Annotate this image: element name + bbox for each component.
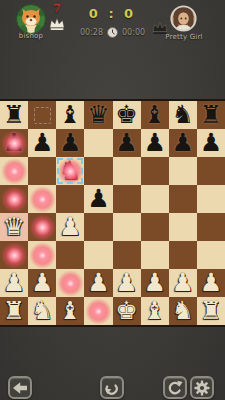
piece-black-pawn: ♟ bbox=[143, 129, 165, 157]
piece-white-pawn: ♟ bbox=[200, 269, 222, 297]
move-target-glow bbox=[1, 242, 28, 269]
square-g7[interactable]: ♟ bbox=[169, 129, 197, 157]
square-c7[interactable]: ♟ bbox=[56, 129, 84, 157]
square-e3[interactable] bbox=[113, 241, 141, 269]
square-f1[interactable]: ♝ bbox=[141, 297, 169, 325]
move-target-glow bbox=[1, 186, 28, 213]
piece-black-bishop: ♝ bbox=[59, 101, 81, 129]
clock-icon bbox=[107, 27, 118, 38]
piece-black-queen: ♛ bbox=[87, 101, 109, 129]
square-f7[interactable]: ♟ bbox=[141, 129, 169, 157]
square-h3[interactable] bbox=[197, 241, 225, 269]
last-move-origin-marker bbox=[34, 107, 51, 124]
move-target-glow bbox=[29, 214, 56, 241]
square-b5[interactable] bbox=[28, 185, 56, 213]
move-target-glow bbox=[1, 158, 28, 185]
square-d5[interactable]: ♟ bbox=[84, 185, 112, 213]
square-h2[interactable]: ♟ bbox=[197, 269, 225, 297]
square-h4[interactable] bbox=[197, 213, 225, 241]
piece-black-pawn: ♟ bbox=[3, 129, 25, 157]
square-g8[interactable]: ♞ bbox=[169, 101, 197, 129]
back-button[interactable] bbox=[8, 376, 32, 399]
move-target-glow bbox=[29, 186, 56, 213]
square-c1[interactable]: ♝ bbox=[56, 297, 84, 325]
piece-black-pawn: ♟ bbox=[200, 129, 222, 157]
square-h6[interactable] bbox=[197, 157, 225, 185]
square-f2[interactable]: ♟ bbox=[141, 269, 169, 297]
square-d3[interactable] bbox=[84, 241, 112, 269]
piece-black-pawn: ♟ bbox=[87, 185, 109, 213]
square-c6[interactable]: ♞ bbox=[56, 157, 84, 185]
square-a1[interactable]: ♜ bbox=[0, 297, 28, 325]
square-b3[interactable] bbox=[28, 241, 56, 269]
piece-white-rook: ♜ bbox=[3, 297, 25, 325]
piece-black-knight: ♞ bbox=[172, 101, 194, 129]
square-g3[interactable] bbox=[169, 241, 197, 269]
square-c2[interactable] bbox=[56, 269, 84, 297]
arrow-left-icon bbox=[12, 380, 28, 396]
square-d1[interactable] bbox=[84, 297, 112, 325]
black-player-avatar[interactable] bbox=[170, 5, 197, 36]
piece-white-pawn: ♟ bbox=[59, 213, 81, 241]
square-e1[interactable]: ♚ bbox=[113, 297, 141, 325]
square-c8[interactable]: ♝ bbox=[56, 101, 84, 129]
square-e5[interactable] bbox=[113, 185, 141, 213]
piece-white-bishop: ♝ bbox=[143, 297, 165, 325]
move-target-glow bbox=[29, 242, 56, 269]
piece-black-pawn: ♟ bbox=[115, 129, 137, 157]
square-e8[interactable]: ♚ bbox=[113, 101, 141, 129]
chess-board: ♜♝♛♚♝♞♜♟♟♟♟♟♟♟♞♟♛♟♟♟♟♟♟♟♟♜♞♝♚♝♞♜ bbox=[0, 99, 225, 327]
move-target-glow bbox=[57, 270, 84, 297]
square-a8[interactable]: ♜ bbox=[0, 101, 28, 129]
undo-button[interactable] bbox=[100, 376, 124, 399]
piece-white-pawn: ♟ bbox=[3, 269, 25, 297]
square-c4[interactable]: ♟ bbox=[56, 213, 84, 241]
piece-white-rook: ♜ bbox=[200, 297, 222, 325]
square-a7[interactable]: ♟ bbox=[0, 129, 28, 157]
gear-icon bbox=[194, 380, 210, 396]
piece-black-pawn: ♟ bbox=[59, 129, 81, 157]
piece-white-queen: ♛ bbox=[3, 213, 25, 241]
square-d6[interactable] bbox=[84, 157, 112, 185]
square-f8[interactable]: ♝ bbox=[141, 101, 169, 129]
piece-white-pawn: ♟ bbox=[115, 269, 137, 297]
square-g5[interactable] bbox=[169, 185, 197, 213]
rotate-button[interactable] bbox=[163, 376, 187, 399]
undo-arrow-icon bbox=[104, 380, 120, 396]
square-a4[interactable]: ♛ bbox=[0, 213, 28, 241]
square-b1[interactable]: ♞ bbox=[28, 297, 56, 325]
square-f6[interactable] bbox=[141, 157, 169, 185]
piece-black-rook: ♜ bbox=[200, 101, 222, 129]
square-b6[interactable] bbox=[28, 157, 56, 185]
square-h8[interactable]: ♜ bbox=[197, 101, 225, 129]
square-d4[interactable] bbox=[84, 213, 112, 241]
square-f4[interactable] bbox=[141, 213, 169, 241]
square-d7[interactable] bbox=[84, 129, 112, 157]
rotate-icon bbox=[167, 380, 183, 396]
square-h5[interactable] bbox=[197, 185, 225, 213]
square-d2[interactable]: ♟ bbox=[84, 269, 112, 297]
square-b2[interactable]: ♟ bbox=[28, 269, 56, 297]
square-b8[interactable] bbox=[28, 101, 56, 129]
piece-white-bishop: ♝ bbox=[59, 297, 81, 325]
square-b7[interactable]: ♟ bbox=[28, 129, 56, 157]
piece-white-knight: ♞ bbox=[31, 297, 53, 325]
square-a3[interactable] bbox=[0, 241, 28, 269]
square-a5[interactable] bbox=[0, 185, 28, 213]
square-a6[interactable] bbox=[0, 157, 28, 185]
piece-black-king: ♚ bbox=[115, 101, 137, 129]
settings-button[interactable] bbox=[190, 376, 214, 399]
piece-black-pawn: ♟ bbox=[172, 129, 194, 157]
move-target-glow bbox=[85, 298, 112, 325]
piece-white-pawn: ♟ bbox=[172, 269, 194, 297]
piece-white-pawn: ♟ bbox=[31, 269, 53, 297]
piece-black-bishop: ♝ bbox=[143, 101, 165, 129]
square-e2[interactable]: ♟ bbox=[113, 269, 141, 297]
square-h1[interactable]: ♜ bbox=[197, 297, 225, 325]
piece-black-knight: ♞ bbox=[59, 157, 81, 185]
square-g2[interactable]: ♟ bbox=[169, 269, 197, 297]
black-player-name: Pretty Girl bbox=[156, 33, 212, 41]
square-f3[interactable] bbox=[141, 241, 169, 269]
piece-white-knight: ♞ bbox=[172, 297, 194, 325]
piece-black-rook: ♜ bbox=[3, 101, 25, 129]
square-e6[interactable] bbox=[113, 157, 141, 185]
white-time: 00:28 bbox=[80, 28, 103, 37]
woman-avatar-icon bbox=[170, 5, 197, 32]
square-a2[interactable]: ♟ bbox=[0, 269, 28, 297]
black-time: 00:00 bbox=[122, 28, 145, 37]
square-c5[interactable] bbox=[56, 185, 84, 213]
square-g4[interactable] bbox=[169, 213, 197, 241]
square-h7[interactable]: ♟ bbox=[197, 129, 225, 157]
piece-white-king: ♚ bbox=[115, 297, 137, 325]
square-e7[interactable]: ♟ bbox=[113, 129, 141, 157]
square-g1[interactable]: ♞ bbox=[169, 297, 197, 325]
piece-black-pawn: ♟ bbox=[31, 129, 53, 157]
square-f5[interactable] bbox=[141, 185, 169, 213]
square-d8[interactable]: ♛ bbox=[84, 101, 112, 129]
chess-app-screen: bishop 7 0 : 0 00:28 00:00 bbox=[0, 0, 225, 400]
piece-white-pawn: ♟ bbox=[87, 269, 109, 297]
square-c3[interactable] bbox=[56, 241, 84, 269]
square-e4[interactable] bbox=[113, 213, 141, 241]
square-g6[interactable] bbox=[169, 157, 197, 185]
piece-white-pawn: ♟ bbox=[143, 269, 165, 297]
square-b4[interactable] bbox=[28, 213, 56, 241]
